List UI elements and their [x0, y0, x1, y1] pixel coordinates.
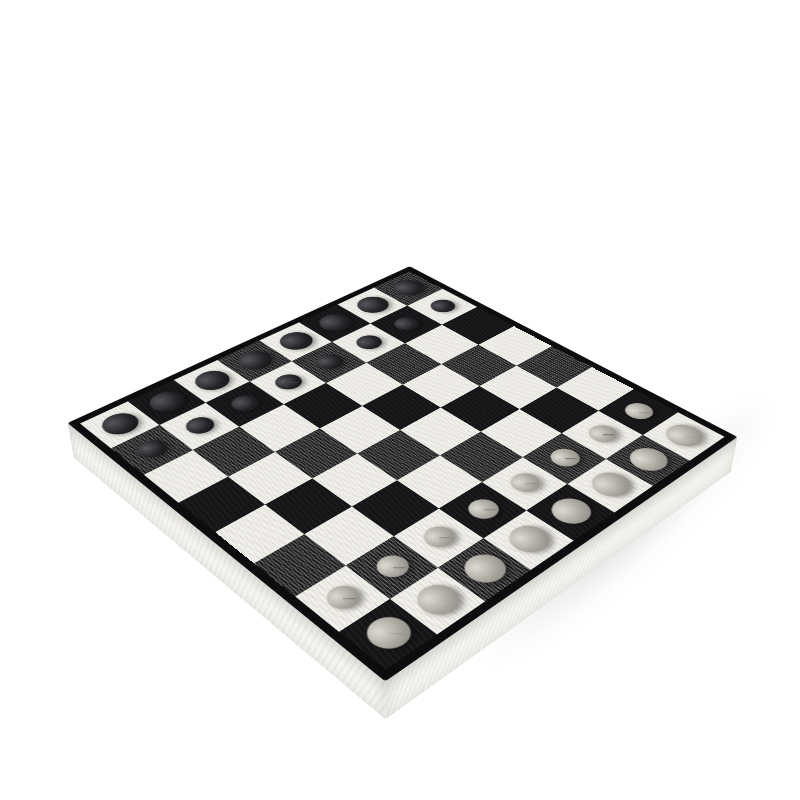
board-frame: ♜♞♝♛♚♝♞♜♟♟♟♟♟♟♟♟♟♟♟♟♟♟♟♟♜♞♝♛♚♝♞♜	[67, 266, 737, 681]
chess-set-photo: ♜♞♝♛♚♝♞♜♟♟♟♟♟♟♟♟♟♟♟♟♟♟♟♟♜♞♝♛♚♝♞♜	[0, 0, 800, 800]
white-rook-a1: ♜	[333, 587, 442, 638]
scene: ♜♞♝♛♚♝♞♜♟♟♟♟♟♟♟♟♟♟♟♟♟♟♟♟♜♞♝♛♚♝♞♜	[0, 0, 800, 800]
board-grid: ♜♞♝♛♚♝♞♜♟♟♟♟♟♟♟♟♟♟♟♟♟♟♟♟♜♞♝♛♚♝♞♜	[80, 271, 725, 669]
chess-board: ♜♞♝♛♚♝♞♜♟♟♟♟♟♟♟♟♟♟♟♟♟♟♟♟♜♞♝♛♚♝♞♜	[67, 266, 737, 681]
black-pawn-a7: ♟	[106, 418, 198, 453]
